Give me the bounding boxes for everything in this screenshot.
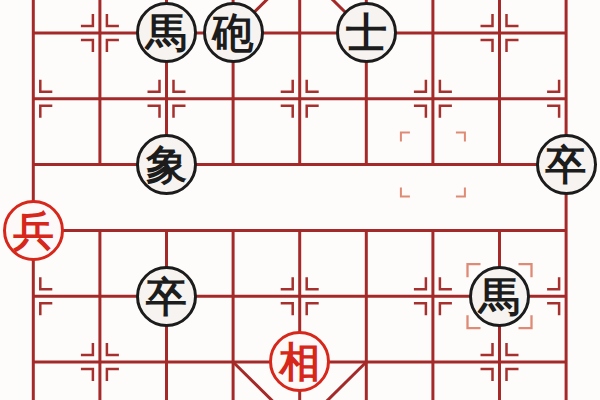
black-horse-piece[interactable]: 馬 xyxy=(136,2,197,63)
black-horse-piece[interactable]: 馬 xyxy=(469,266,530,327)
xiangqi-board: 馬砲士象卒兵卒馬相 xyxy=(0,0,600,400)
piece-glyph: 兵 xyxy=(13,211,54,252)
piece-glyph: 卒 xyxy=(546,145,587,186)
pieces-layer: 馬砲士象卒兵卒馬相 xyxy=(0,0,599,395)
piece-glyph: 卒 xyxy=(146,277,187,318)
piece-glyph: 象 xyxy=(146,145,187,186)
black-soldier-piece[interactable]: 卒 xyxy=(536,134,597,195)
piece-glyph: 相 xyxy=(279,342,320,383)
piece-glyph: 砲 xyxy=(213,13,254,54)
red-elephant-piece[interactable]: 相 xyxy=(269,331,330,392)
red-soldier-piece[interactable]: 兵 xyxy=(3,200,64,261)
piece-glyph: 馬 xyxy=(146,13,187,54)
black-advisor-piece[interactable]: 士 xyxy=(336,2,397,63)
piece-glyph: 馬 xyxy=(479,277,520,318)
black-soldier-piece[interactable]: 卒 xyxy=(136,266,197,327)
piece-glyph: 士 xyxy=(346,13,387,54)
black-cannon-piece[interactable]: 砲 xyxy=(203,2,264,63)
black-elephant-piece[interactable]: 象 xyxy=(136,134,197,195)
